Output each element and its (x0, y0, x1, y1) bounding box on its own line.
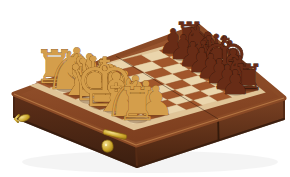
chess-scene: ♜♟♞♟♝♟♛♟♚♟♟♝♜♟♟♞♟♞♟♜♟♝♟♛♟♟♚♟♝♟♞♜ (0, 0, 290, 177)
piece-glyph: ♟ (220, 63, 250, 102)
piece-glyph: ♜ (117, 77, 159, 131)
chess-set-photograph: ♜♟♞♟♝♟♛♟♚♟♟♝♜♟♟♞♟♞♟♜♟♝♟♛♟♟♚♟♝♟♞♜ (0, 0, 290, 177)
piece-black-pawn-h7: ♟ (220, 63, 250, 102)
piece-white-rook-h1: ♜ (117, 77, 159, 131)
